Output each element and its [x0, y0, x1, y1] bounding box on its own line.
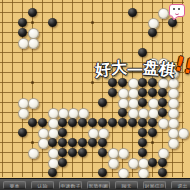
white-stone: [178, 128, 189, 139]
bubble-face-right-eye: [178, 8, 180, 10]
territory-estimate-button[interactable]: 形势判断: [87, 181, 110, 190]
exit-button[interactable]: 退出: [171, 181, 190, 190]
game-info-button[interactable]: 对局信息: [143, 181, 166, 190]
chat-bubble-icon[interactable]: [169, 4, 185, 17]
resign-button[interactable]: 认输: [31, 181, 54, 190]
menu-button[interactable]: 菜单: [3, 181, 26, 190]
bubble-face-mouth: [175, 11, 179, 15]
bubble-face-left-eye: [173, 8, 175, 10]
chat-button[interactable]: 聊天: [115, 181, 138, 190]
bottom-toolbar: 菜单 认输 申请数子 形势判断 聊天 对局信息 退出: [0, 178, 190, 190]
go-board[interactable]: [0, 0, 190, 190]
go-app-screen: 好大一盘棋!! 菜单 认输 申请数子 形势判断 聊天 对局信息 退出: [0, 0, 190, 190]
count-request-button[interactable]: 申请数子: [59, 181, 82, 190]
